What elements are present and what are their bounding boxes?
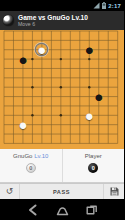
go-stone-app-icon xyxy=(3,15,14,26)
status-bar: 2:17 xyxy=(0,0,124,11)
undo-icon: ↺ xyxy=(6,187,14,196)
signal-icon xyxy=(93,2,100,9)
go-board[interactable]: ●●●●●● xyxy=(0,30,124,149)
clock: 2:17 xyxy=(108,3,121,9)
board-grid xyxy=(0,30,124,149)
player-name: Player xyxy=(85,153,102,159)
recents-button[interactable] xyxy=(86,204,98,216)
action-bar: ↺ PASS xyxy=(0,183,124,199)
player-gnugo: GnuGo Lv.10 0 xyxy=(0,149,63,182)
app-bar: Game vs GnuGo Lv.10 Move 6 xyxy=(0,11,124,30)
save-icon xyxy=(110,187,119,196)
players-panel: GnuGo Lv.10 0 Player 0 xyxy=(0,149,124,183)
phone-screen: 2:17 Game vs GnuGo Lv.10 Move 6 ●●●●●● G… xyxy=(0,0,124,220)
battery-icon xyxy=(102,2,106,9)
player-human: Player 0 xyxy=(63,149,125,182)
move-counter: Move 6 xyxy=(18,22,88,28)
nav-bar xyxy=(0,199,124,220)
gnugo-level: Lv.10 xyxy=(34,153,48,159)
pass-button[interactable]: PASS xyxy=(20,184,103,199)
page-title: Game vs GnuGo Lv.10 xyxy=(18,14,88,21)
player-captures-badge: 0 xyxy=(88,163,98,173)
undo-button[interactable]: ↺ xyxy=(0,184,20,199)
save-button[interactable] xyxy=(103,184,124,199)
gnugo-captures-badge: 0 xyxy=(26,163,36,173)
gnugo-name: GnuGo Lv.10 xyxy=(13,153,48,159)
app-titles: Game vs GnuGo Lv.10 Move 6 xyxy=(18,14,88,28)
home-button[interactable] xyxy=(56,204,69,216)
back-button[interactable] xyxy=(27,204,39,216)
